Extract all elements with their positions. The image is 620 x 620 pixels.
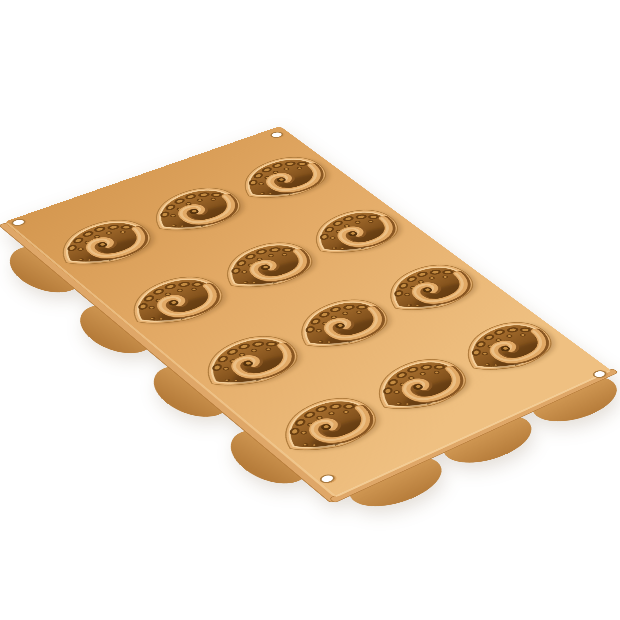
mold-shadow-host [0,0,620,620]
photo-background [0,0,620,620]
silicone-mold-graphic [4,126,612,498]
silicone-mold [4,126,612,498]
